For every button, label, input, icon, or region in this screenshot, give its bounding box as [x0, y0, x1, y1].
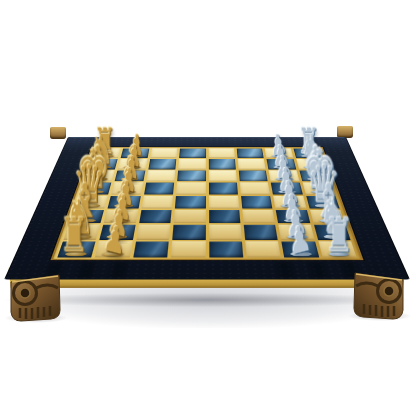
- square-e5: [208, 183, 237, 195]
- square-d1: ♛: [74, 196, 108, 209]
- square-g4: [178, 159, 205, 169]
- square-d7: ♟: [273, 196, 306, 209]
- white-pawn: ♟: [111, 127, 161, 163]
- square-e1: ♚: [79, 183, 111, 195]
- square-g2: ♟: [118, 159, 147, 169]
- black-king-base: [310, 190, 328, 193]
- white-rook-base: [97, 155, 114, 158]
- white-knight-base: [70, 235, 91, 239]
- square-f4: [177, 170, 205, 181]
- square-h1: ♜: [92, 148, 121, 158]
- black-pawn-base: [281, 204, 300, 207]
- black-pawn: ♟: [262, 186, 322, 229]
- white-pawn-base: [118, 190, 136, 193]
- white-pawn-base: [107, 235, 127, 239]
- white-knight-base: [94, 166, 111, 169]
- square-f7: ♟: [269, 170, 299, 181]
- square-b7: ♟: [279, 225, 315, 240]
- square-g3: [148, 159, 176, 169]
- perspective-scene: ♜♟♟♜♞♟♟♞♝♟♟♝♚♟♟♚♛♟♟♛♝♟♟♝♞♟♟♞♜♟♟♜: [0, 0, 416, 416]
- square-h2: ♟: [121, 148, 149, 158]
- square-d4: [175, 196, 205, 209]
- square-a5: [209, 241, 243, 257]
- square-d5: [209, 196, 239, 209]
- square-f1: ♝: [84, 170, 115, 181]
- square-d3: [141, 196, 173, 209]
- leg-front-right: [352, 270, 406, 320]
- white-pawn-base: [121, 178, 139, 181]
- square-e4: [176, 183, 205, 195]
- playing-field: ♜♟♟♜♞♟♟♞♝♟♟♝♚♟♟♚♛♟♟♛♝♟♟♝♞♟♟♞♜♟♟♜: [50, 147, 363, 260]
- square-a7: ♟: [282, 241, 319, 257]
- square-c6: [242, 210, 275, 224]
- square-b4: [172, 225, 205, 240]
- white-pawn-base: [126, 155, 142, 158]
- black-pawn-base: [287, 235, 307, 239]
- square-g1: ♞: [88, 159, 118, 169]
- square-h4: [179, 148, 205, 158]
- square-c8: ♝: [310, 210, 345, 224]
- white-bishop-base: [90, 178, 108, 181]
- white-pawn-base: [114, 204, 133, 207]
- black-pawn-base: [271, 155, 287, 158]
- black-queen-base: [314, 204, 333, 207]
- square-g7: ♟: [267, 159, 296, 169]
- square-h7: ♟: [265, 148, 293, 158]
- square-h5: [208, 148, 234, 158]
- square-g5: [208, 159, 235, 169]
- square-f3: [146, 170, 175, 181]
- black-bishop-base: [307, 178, 325, 181]
- square-f2: ♟: [115, 170, 145, 181]
- square-b3: [136, 225, 170, 240]
- leg-front-left: [8, 272, 62, 322]
- square-e2: ♟: [112, 183, 143, 195]
- square-c1: ♝: [69, 210, 104, 224]
- square-a3: [133, 241, 169, 257]
- square-h8: ♜: [293, 148, 322, 158]
- square-h6: [237, 148, 264, 158]
- square-a1: ♜: [57, 241, 96, 257]
- white-rook-base: [65, 252, 87, 256]
- square-c5: [209, 210, 241, 224]
- black-knight-base: [323, 235, 344, 239]
- square-g6: [238, 159, 266, 169]
- square-f5: [208, 170, 236, 181]
- white-pawn: ♟: [92, 186, 152, 229]
- square-b6: [244, 225, 278, 240]
- square-e7: ♟: [271, 183, 302, 195]
- square-a6: [245, 241, 281, 257]
- black-pawn: ♟: [253, 127, 303, 163]
- white-bishop-base: [76, 219, 96, 223]
- square-b1: ♞: [63, 225, 100, 240]
- square-e3: [144, 183, 174, 195]
- white-king-base: [85, 190, 103, 193]
- square-c4: [174, 210, 206, 224]
- square-e6: [240, 183, 270, 195]
- black-rook: ♜: [285, 125, 333, 157]
- square-c2: ♟: [104, 210, 138, 224]
- square-d2: ♟: [108, 196, 141, 209]
- square-b2: ♟: [100, 225, 136, 240]
- square-f6: [239, 170, 268, 181]
- square-a8: ♜: [318, 241, 357, 257]
- white-pawn-base: [102, 252, 123, 256]
- square-d8: ♛: [306, 196, 340, 209]
- square-g8: ♞: [296, 159, 326, 169]
- black-rook-base: [328, 252, 350, 256]
- white-pawn-base: [111, 219, 131, 223]
- product-photo-scene: ♜♟♟♜♞♟♟♞♝♟♟♝♚♟♟♚♛♟♟♛♝♟♟♝♞♟♟♞♜♟♟♜: [0, 0, 416, 416]
- square-b8: ♞: [314, 225, 351, 240]
- black-pawn-base: [273, 166, 290, 169]
- square-c7: ♟: [276, 210, 310, 224]
- black-knight-base: [303, 166, 320, 169]
- square-e8: ♚: [302, 183, 334, 195]
- black-pawn-base: [284, 219, 304, 223]
- white-pawn-base: [124, 166, 141, 169]
- black-rook-base: [300, 155, 317, 158]
- black-pawn-base: [290, 252, 311, 256]
- square-d6: [241, 196, 273, 209]
- black-pawn-base: [278, 190, 296, 193]
- black-pawn-base: [276, 178, 294, 181]
- square-a4: [171, 241, 205, 257]
- square-a2: ♟: [95, 241, 132, 257]
- chess-board: ♜♟♟♜♞♟♟♞♝♟♟♝♚♟♟♚♛♟♟♛♝♟♟♝♞♟♟♞♜♟♟♜: [4, 137, 410, 280]
- square-c3: [139, 210, 172, 224]
- square-h3: [150, 148, 177, 158]
- black-bishop-base: [318, 219, 338, 223]
- square-f8: ♝: [299, 170, 330, 181]
- white-queen-base: [81, 204, 100, 207]
- square-b5: [209, 225, 242, 240]
